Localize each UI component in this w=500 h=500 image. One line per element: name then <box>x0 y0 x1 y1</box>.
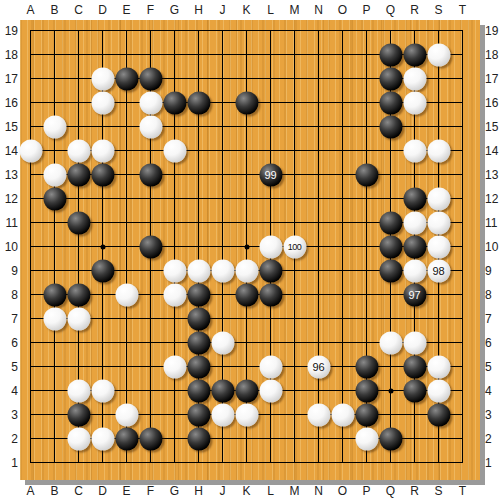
coord-label-col-E-bottom: E <box>117 483 137 499</box>
stone-white-C4[interactable] <box>67 379 90 402</box>
stone-black-H2[interactable] <box>187 427 210 450</box>
coord-label-row-10-right: 10 <box>485 239 500 255</box>
move-number-label: 99 <box>264 169 276 180</box>
stone-black-P13[interactable] <box>355 163 378 186</box>
coord-label-row-2-right: 2 <box>485 431 500 447</box>
stone-white-F16[interactable] <box>139 91 162 114</box>
stone-white-S11[interactable] <box>427 211 450 234</box>
stone-white-K3[interactable] <box>235 403 258 426</box>
stone-white-S12[interactable] <box>427 187 450 210</box>
stone-white-M10[interactable]: 100 <box>283 235 306 258</box>
coord-label-row-8-left: 8 <box>2 287 18 303</box>
move-number-label: 96 <box>312 361 324 372</box>
stone-white-S10[interactable] <box>427 235 450 258</box>
star-point <box>244 244 249 249</box>
stone-black-H3[interactable] <box>187 403 210 426</box>
coord-label-col-H-bottom: H <box>189 483 209 499</box>
stone-white-C2[interactable] <box>67 427 90 450</box>
coord-label-row-1-right: 1 <box>485 455 500 471</box>
stone-black-B8[interactable] <box>43 283 66 306</box>
coord-label-row-15-right: 15 <box>485 119 500 135</box>
coord-label-col-H-top: H <box>189 2 209 18</box>
coord-label-col-K-bottom: K <box>237 483 257 499</box>
stone-white-Q6[interactable] <box>379 331 402 354</box>
coord-label-col-O-bottom: O <box>333 483 353 499</box>
stone-black-P3[interactable] <box>355 403 378 426</box>
coord-label-col-O-top: O <box>333 2 353 18</box>
stone-white-L5[interactable] <box>259 355 282 378</box>
coord-label-col-Q-top: Q <box>381 2 401 18</box>
stone-black-H5[interactable] <box>187 355 210 378</box>
stone-white-S18[interactable] <box>427 43 450 66</box>
stone-white-A14[interactable] <box>19 139 42 162</box>
coord-label-col-N-top: N <box>309 2 329 18</box>
stone-white-R9[interactable] <box>403 259 426 282</box>
stone-white-D2[interactable] <box>91 427 114 450</box>
stone-black-L9[interactable] <box>259 259 282 282</box>
stone-black-F2[interactable] <box>139 427 162 450</box>
stone-white-R11[interactable] <box>403 211 426 234</box>
coord-label-row-11-right: 11 <box>485 215 500 231</box>
stone-black-C8[interactable] <box>67 283 90 306</box>
stone-black-Q17[interactable] <box>379 67 402 90</box>
coord-label-col-F-bottom: F <box>141 483 161 499</box>
coord-label-col-Q-bottom: Q <box>381 483 401 499</box>
coord-label-col-P-top: P <box>357 2 377 18</box>
stone-black-Q10[interactable] <box>379 235 402 258</box>
stone-black-R8[interactable]: 97 <box>403 283 426 306</box>
coord-label-row-14-left: 14 <box>2 143 18 159</box>
coord-label-col-J-top: J <box>213 2 233 18</box>
stone-black-Q11[interactable] <box>379 211 402 234</box>
stone-black-R10[interactable] <box>403 235 426 258</box>
stone-black-R18[interactable] <box>403 43 426 66</box>
coord-label-col-C-top: C <box>69 2 89 18</box>
coord-label-col-P-bottom: P <box>357 483 377 499</box>
coord-label-col-K-top: K <box>237 2 257 18</box>
stone-black-B12[interactable] <box>43 187 66 210</box>
stone-black-H4[interactable] <box>187 379 210 402</box>
move-number-label: 98 <box>432 265 444 276</box>
coord-label-row-13-right: 13 <box>485 167 500 183</box>
coord-label-row-17-right: 17 <box>485 71 500 87</box>
coord-label-row-12-left: 12 <box>2 191 18 207</box>
stone-white-S9[interactable]: 98 <box>427 259 450 282</box>
stone-white-C14[interactable] <box>67 139 90 162</box>
stone-white-K9[interactable] <box>235 259 258 282</box>
move-number-label: 97 <box>408 289 420 300</box>
stone-white-R16[interactable] <box>403 91 426 114</box>
stone-black-S3[interactable] <box>427 403 450 426</box>
coord-label-col-R-bottom: R <box>405 483 425 499</box>
coord-label-row-18-left: 18 <box>2 47 18 63</box>
coord-label-row-5-left: 5 <box>2 359 18 375</box>
coord-label-col-D-top: D <box>93 2 113 18</box>
stone-black-E2[interactable] <box>115 427 138 450</box>
go-board[interactable]: 99100989796 <box>20 20 480 480</box>
stone-black-G16[interactable] <box>163 91 186 114</box>
coord-label-row-7-right: 7 <box>485 311 500 327</box>
coord-label-col-M-bottom: M <box>285 483 305 499</box>
stone-black-R5[interactable] <box>403 355 426 378</box>
coord-label-col-G-bottom: G <box>165 483 185 499</box>
stone-white-G8[interactable] <box>163 283 186 306</box>
stone-white-D4[interactable] <box>91 379 114 402</box>
stone-black-F17[interactable] <box>139 67 162 90</box>
coord-label-row-16-left: 16 <box>2 95 18 111</box>
stone-black-R12[interactable] <box>403 187 426 210</box>
coord-label-row-19-left: 19 <box>2 23 18 39</box>
stone-black-P4[interactable] <box>355 379 378 402</box>
stone-white-C7[interactable] <box>67 307 90 330</box>
stone-black-F10[interactable] <box>139 235 162 258</box>
coord-label-row-4-left: 4 <box>2 383 18 399</box>
coord-label-col-G-top: G <box>165 2 185 18</box>
coord-label-row-13-left: 13 <box>2 167 18 183</box>
stone-black-C11[interactable] <box>67 211 90 234</box>
stone-white-H9[interactable] <box>187 259 210 282</box>
stone-white-E3[interactable] <box>115 403 138 426</box>
star-point <box>100 244 105 249</box>
stone-black-F13[interactable] <box>139 163 162 186</box>
coord-label-col-J-bottom: J <box>213 483 233 499</box>
coord-label-col-B-bottom: B <box>45 483 65 499</box>
coord-label-row-4-right: 4 <box>485 383 500 399</box>
stone-black-Q18[interactable] <box>379 43 402 66</box>
coord-label-col-F-top: F <box>141 2 161 18</box>
coord-label-col-T-top: T <box>453 2 473 18</box>
stone-black-Q9[interactable] <box>379 259 402 282</box>
stone-white-B7[interactable] <box>43 307 66 330</box>
coord-label-col-L-bottom: L <box>261 483 281 499</box>
stone-white-B13[interactable] <box>43 163 66 186</box>
stone-black-Q15[interactable] <box>379 115 402 138</box>
stone-white-J9[interactable] <box>211 259 234 282</box>
stone-black-R4[interactable] <box>403 379 426 402</box>
stone-white-D14[interactable] <box>91 139 114 162</box>
coord-label-row-8-right: 8 <box>485 287 500 303</box>
coord-label-col-C-bottom: C <box>69 483 89 499</box>
coord-label-row-19-right: 19 <box>485 23 500 39</box>
stone-black-Q16[interactable] <box>379 91 402 114</box>
coord-label-col-B-top: B <box>45 2 65 18</box>
stone-white-L10[interactable] <box>259 235 282 258</box>
coord-label-col-A-bottom: A <box>21 483 41 499</box>
coord-label-col-T-bottom: T <box>453 483 473 499</box>
coord-label-col-D-bottom: D <box>93 483 113 499</box>
star-point <box>388 388 393 393</box>
stone-white-J3[interactable] <box>211 403 234 426</box>
stone-white-B15[interactable] <box>43 115 66 138</box>
stone-black-D13[interactable] <box>91 163 114 186</box>
coord-label-row-2-left: 2 <box>2 431 18 447</box>
stone-black-H16[interactable] <box>187 91 210 114</box>
stone-black-E17[interactable] <box>115 67 138 90</box>
coord-label-col-E-top: E <box>117 2 137 18</box>
move-number-label: 100 <box>288 242 302 251</box>
stone-black-C13[interactable] <box>67 163 90 186</box>
stone-black-C3[interactable] <box>67 403 90 426</box>
stone-white-S4[interactable] <box>427 379 450 402</box>
stone-black-L13[interactable]: 99 <box>259 163 282 186</box>
coord-label-row-7-left: 7 <box>2 311 18 327</box>
stone-white-S5[interactable] <box>427 355 450 378</box>
stone-white-F15[interactable] <box>139 115 162 138</box>
stone-white-G5[interactable] <box>163 355 186 378</box>
coord-label-row-9-left: 9 <box>2 263 18 279</box>
coord-label-row-11-left: 11 <box>2 215 18 231</box>
stone-black-K16[interactable] <box>235 91 258 114</box>
coord-label-row-3-right: 3 <box>485 407 500 423</box>
stone-black-J4[interactable] <box>211 379 234 402</box>
stone-black-Q2[interactable] <box>379 427 402 450</box>
coord-label-col-L-top: L <box>261 2 281 18</box>
stone-black-D9[interactable] <box>91 259 114 282</box>
coord-label-row-9-right: 9 <box>485 263 500 279</box>
stone-black-H8[interactable] <box>187 283 210 306</box>
coord-label-row-14-right: 14 <box>485 143 500 159</box>
stone-white-N3[interactable] <box>307 403 330 426</box>
stone-black-L8[interactable] <box>259 283 282 306</box>
coord-label-col-N-bottom: N <box>309 483 329 499</box>
coord-label-row-1-left: 1 <box>2 455 18 471</box>
stone-white-D16[interactable] <box>91 91 114 114</box>
stone-white-J6[interactable] <box>211 331 234 354</box>
stone-white-D17[interactable] <box>91 67 114 90</box>
stone-black-K4[interactable] <box>235 379 258 402</box>
coord-label-row-17-left: 17 <box>2 71 18 87</box>
coord-label-row-15-left: 15 <box>2 119 18 135</box>
coord-label-row-3-left: 3 <box>2 407 18 423</box>
stone-white-G9[interactable] <box>163 259 186 282</box>
coord-label-row-5-right: 5 <box>485 359 500 375</box>
stone-white-G14[interactable] <box>163 139 186 162</box>
stone-black-H7[interactable] <box>187 307 210 330</box>
stone-white-O3[interactable] <box>331 403 354 426</box>
coord-label-row-6-left: 6 <box>2 335 18 351</box>
go-game-screenshot: 99100989796 AABBCCDDEEFFGGHHJJKKLLMMNNOO… <box>0 0 500 500</box>
coord-label-col-S-top: S <box>429 2 449 18</box>
coord-label-row-16-right: 16 <box>485 95 500 111</box>
stone-white-R14[interactable] <box>403 139 426 162</box>
stone-white-L4[interactable] <box>259 379 282 402</box>
stone-white-R6[interactable] <box>403 331 426 354</box>
coord-label-col-S-bottom: S <box>429 483 449 499</box>
coord-label-col-R-top: R <box>405 2 425 18</box>
coord-label-row-18-right: 18 <box>485 47 500 63</box>
coord-label-row-10-left: 10 <box>2 239 18 255</box>
stone-white-S14[interactable] <box>427 139 450 162</box>
coord-label-col-M-top: M <box>285 2 305 18</box>
stone-white-R17[interactable] <box>403 67 426 90</box>
coord-label-row-6-right: 6 <box>485 335 500 351</box>
stone-black-H6[interactable] <box>187 331 210 354</box>
coord-label-col-A-top: A <box>21 2 41 18</box>
stone-white-P2[interactable] <box>355 427 378 450</box>
coord-label-row-12-right: 12 <box>485 191 500 207</box>
stone-white-N5[interactable]: 96 <box>307 355 330 378</box>
stone-black-P5[interactable] <box>355 355 378 378</box>
stone-white-E8[interactable] <box>115 283 138 306</box>
stone-black-K8[interactable] <box>235 283 258 306</box>
